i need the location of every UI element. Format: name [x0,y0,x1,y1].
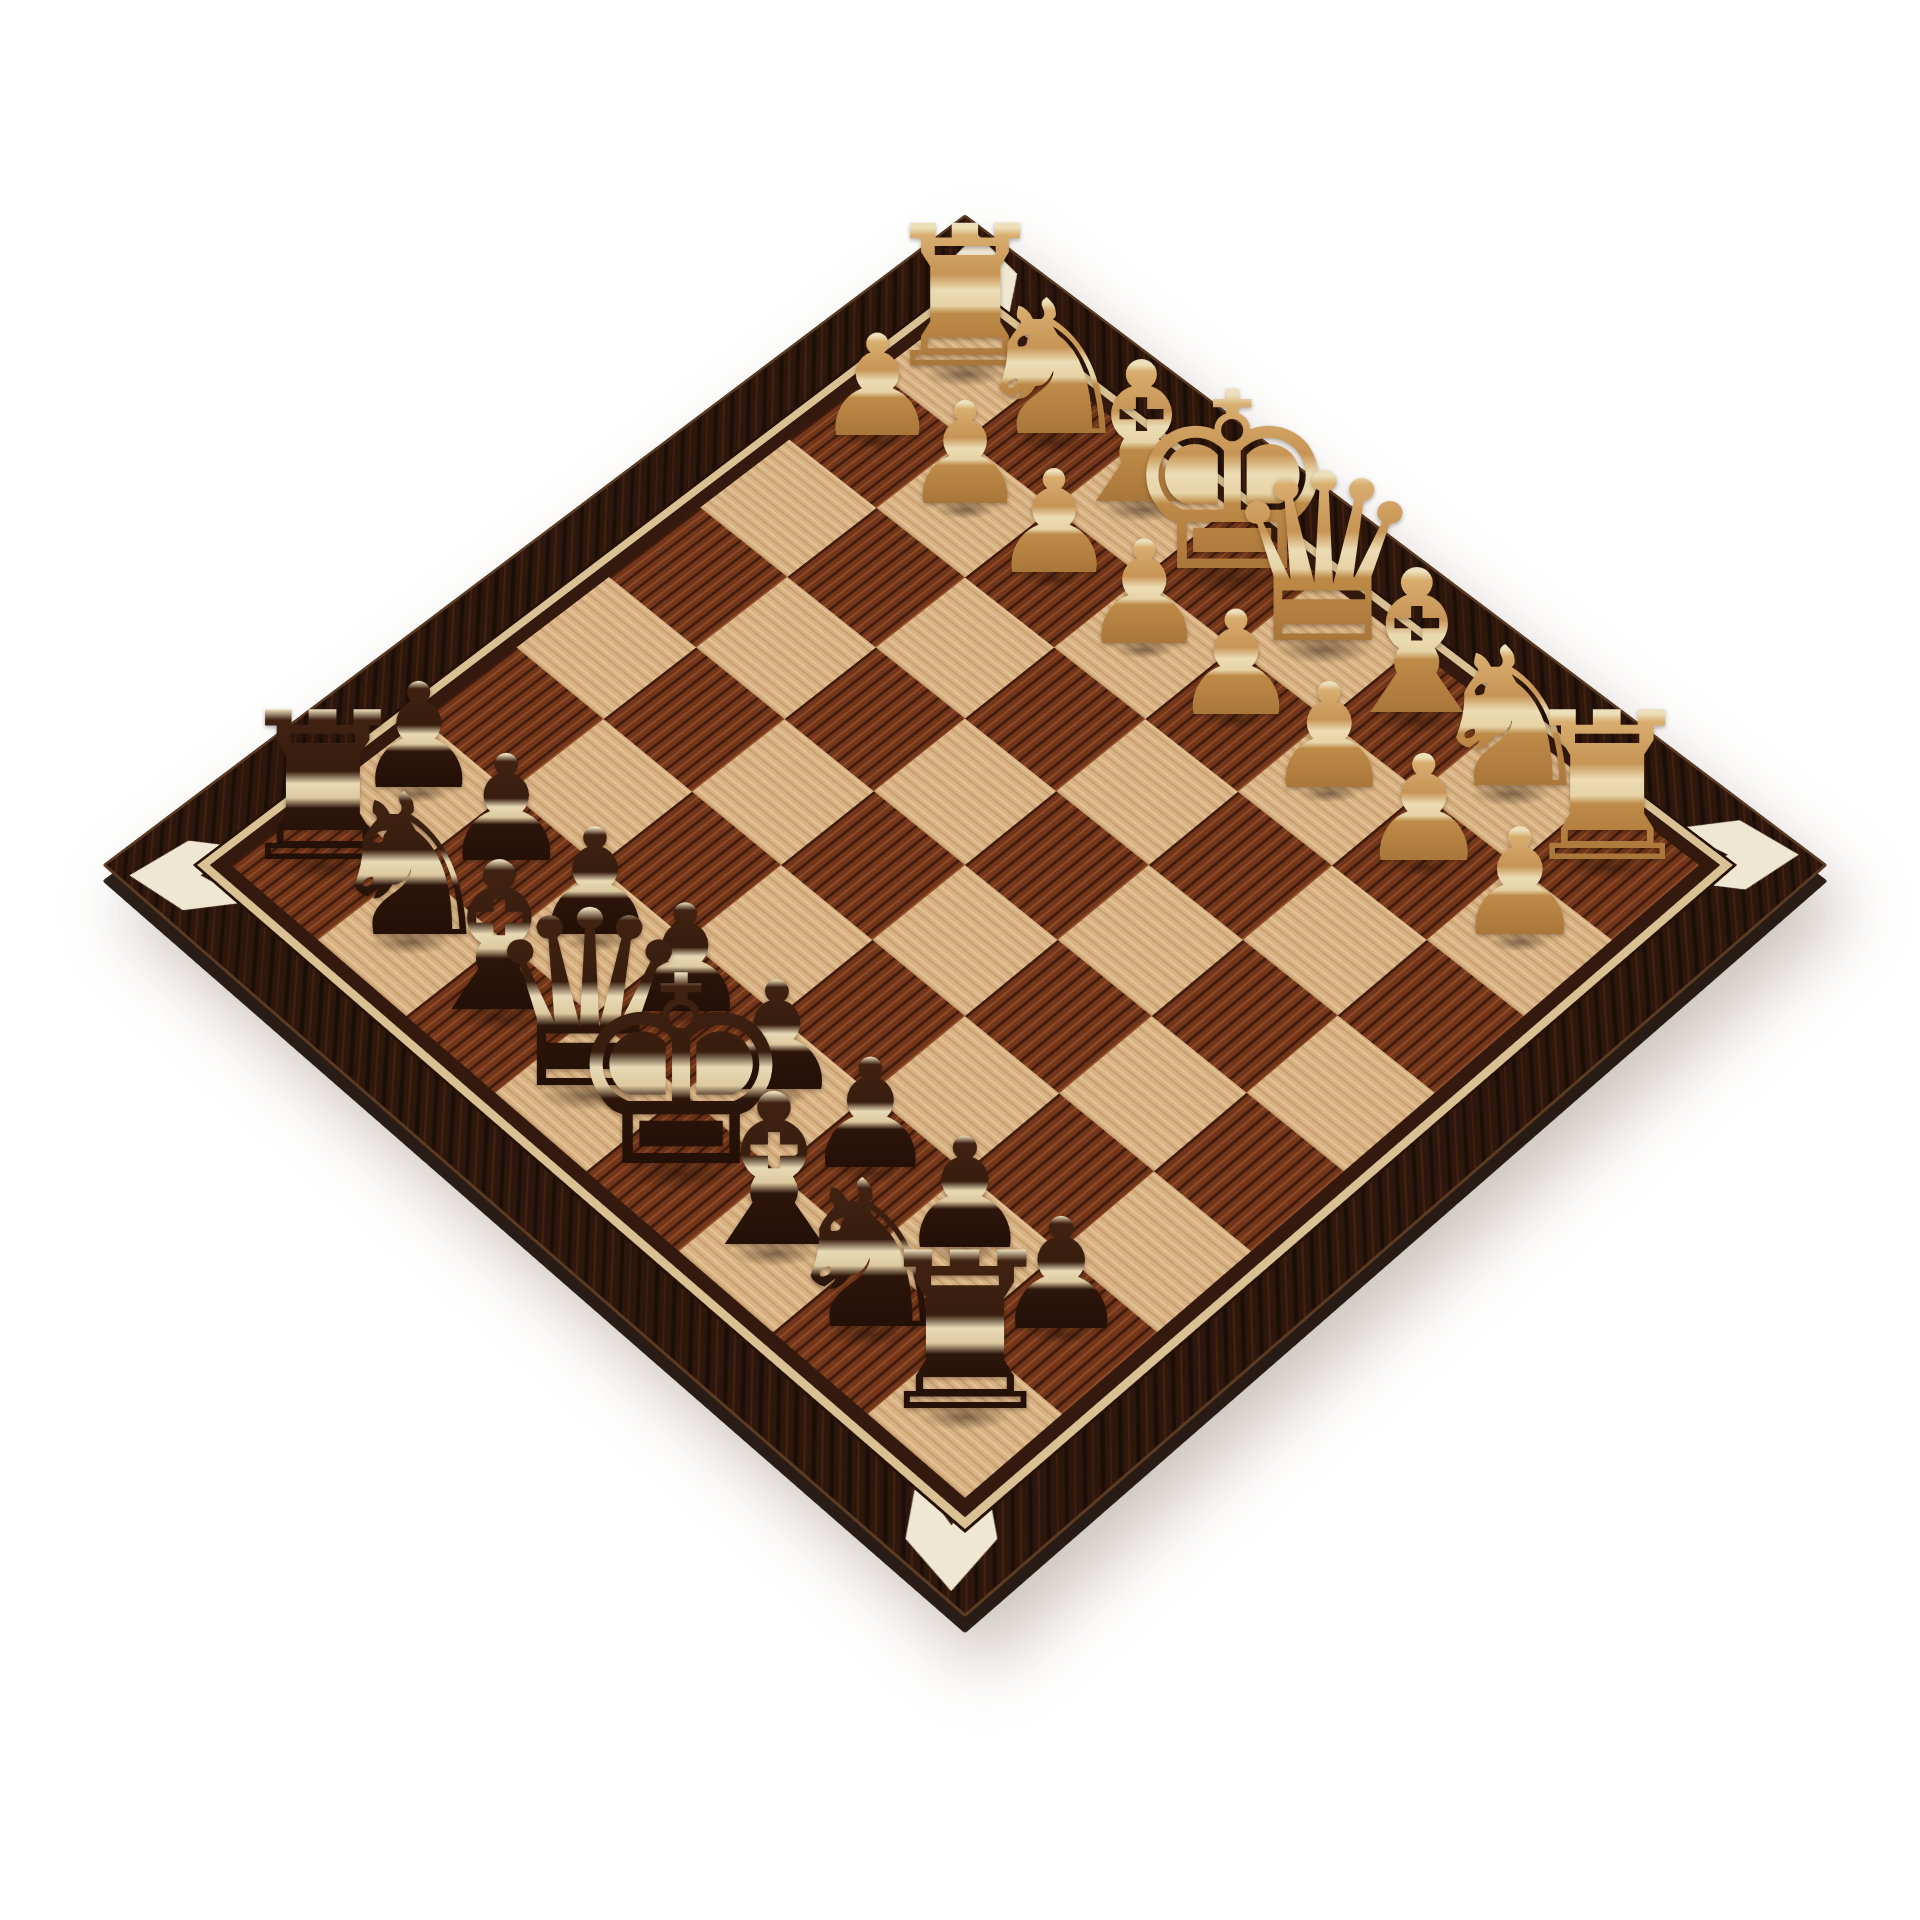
piece-white-pawn[interactable]: ♟ [1453,810,1586,958]
scene: ♜♞♝♚♛♝♞♜♟♟♟♟♟♟♟♟♟♟♟♟♟♟♟♟♜♞♝♛♚♝♞♜ [0,0,1920,1920]
piece-black-rook[interactable]: ♜ [868,1224,1063,1441]
pawn-glyph: ♟ [1453,810,1586,958]
rook-glyph: ♜ [868,1224,1063,1441]
pieces-layer: ♜♞♝♚♛♝♞♜♟♟♟♟♟♟♟♟♟♟♟♟♟♟♟♟♜♞♝♛♚♝♞♜ [0,0,1920,1920]
